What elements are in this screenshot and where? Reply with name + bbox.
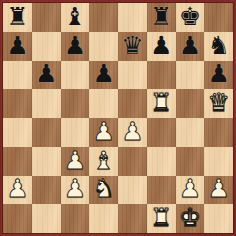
square-b5[interactable] xyxy=(32,89,61,118)
black-pawn-piece[interactable]: ♟ xyxy=(6,33,28,58)
square-e2[interactable] xyxy=(118,176,147,205)
square-e6[interactable] xyxy=(118,61,147,90)
square-a3[interactable] xyxy=(3,147,32,176)
square-a5[interactable] xyxy=(3,89,32,118)
square-d2[interactable]: ♞ xyxy=(89,176,118,205)
square-b8[interactable] xyxy=(32,3,61,32)
square-d5[interactable] xyxy=(89,89,118,118)
white-king-piece[interactable]: ♚ xyxy=(179,205,201,230)
white-pawn-piece[interactable]: ♟ xyxy=(207,176,229,201)
square-g1[interactable]: ♚ xyxy=(176,204,205,233)
square-a2[interactable]: ♟ xyxy=(3,176,32,205)
white-knight-piece[interactable]: ♞ xyxy=(92,176,114,201)
square-c6[interactable] xyxy=(61,61,90,90)
square-g6[interactable] xyxy=(176,61,205,90)
square-c3[interactable]: ♟ xyxy=(61,147,90,176)
chess-board-frame: ♜♝♜♚♟♟♛♟♟♞♟♟♟♜♛♟♟♟♝♟♟♞♟♟♜♚ xyxy=(0,0,236,236)
square-c1[interactable] xyxy=(61,204,90,233)
white-queen-piece[interactable]: ♛ xyxy=(207,90,229,115)
square-d4[interactable]: ♟ xyxy=(89,118,118,147)
black-pawn-piece[interactable]: ♟ xyxy=(64,33,86,58)
square-f8[interactable]: ♜ xyxy=(147,3,176,32)
white-pawn-piece[interactable]: ♟ xyxy=(64,148,86,173)
square-b7[interactable] xyxy=(32,32,61,61)
square-e3[interactable] xyxy=(118,147,147,176)
black-pawn-piece[interactable]: ♟ xyxy=(92,61,114,86)
square-a6[interactable] xyxy=(3,61,32,90)
chess-board: ♜♝♜♚♟♟♛♟♟♞♟♟♟♜♛♟♟♟♝♟♟♞♟♟♜♚ xyxy=(3,3,233,233)
square-a1[interactable] xyxy=(3,204,32,233)
black-queen-piece[interactable]: ♛ xyxy=(121,33,143,58)
square-f5[interactable]: ♜ xyxy=(147,89,176,118)
square-c5[interactable] xyxy=(61,89,90,118)
black-rook-piece[interactable]: ♜ xyxy=(150,4,172,29)
square-d7[interactable] xyxy=(89,32,118,61)
square-c2[interactable]: ♟ xyxy=(61,176,90,205)
square-f6[interactable] xyxy=(147,61,176,90)
white-pawn-piece[interactable]: ♟ xyxy=(64,176,86,201)
white-pawn-piece[interactable]: ♟ xyxy=(6,176,28,201)
square-g7[interactable]: ♟ xyxy=(176,32,205,61)
black-pawn-piece[interactable]: ♟ xyxy=(35,61,57,86)
black-pawn-piece[interactable]: ♟ xyxy=(179,33,201,58)
square-b6[interactable]: ♟ xyxy=(32,61,61,90)
white-pawn-piece[interactable]: ♟ xyxy=(121,119,143,144)
square-f2[interactable] xyxy=(147,176,176,205)
square-c7[interactable]: ♟ xyxy=(61,32,90,61)
square-f7[interactable]: ♟ xyxy=(147,32,176,61)
white-bishop-piece[interactable]: ♝ xyxy=(92,148,114,173)
white-pawn-piece[interactable]: ♟ xyxy=(179,176,201,201)
square-e1[interactable] xyxy=(118,204,147,233)
square-b4[interactable] xyxy=(32,118,61,147)
square-b1[interactable] xyxy=(32,204,61,233)
square-e5[interactable] xyxy=(118,89,147,118)
square-e7[interactable]: ♛ xyxy=(118,32,147,61)
square-h2[interactable]: ♟ xyxy=(204,176,233,205)
square-d3[interactable]: ♝ xyxy=(89,147,118,176)
square-f3[interactable] xyxy=(147,147,176,176)
black-bishop-piece[interactable]: ♝ xyxy=(64,4,86,29)
square-h7[interactable]: ♞ xyxy=(204,32,233,61)
square-a8[interactable]: ♜ xyxy=(3,3,32,32)
square-c4[interactable] xyxy=(61,118,90,147)
square-g8[interactable]: ♚ xyxy=(176,3,205,32)
square-h3[interactable] xyxy=(204,147,233,176)
square-g2[interactable]: ♟ xyxy=(176,176,205,205)
black-pawn-piece[interactable]: ♟ xyxy=(207,61,229,86)
square-h8[interactable] xyxy=(204,3,233,32)
square-e8[interactable] xyxy=(118,3,147,32)
white-pawn-piece[interactable]: ♟ xyxy=(92,119,114,144)
square-b2[interactable] xyxy=(32,176,61,205)
square-h5[interactable]: ♛ xyxy=(204,89,233,118)
square-c8[interactable]: ♝ xyxy=(61,3,90,32)
square-g4[interactable] xyxy=(176,118,205,147)
square-h4[interactable] xyxy=(204,118,233,147)
white-rook-piece[interactable]: ♜ xyxy=(150,90,172,115)
square-b3[interactable] xyxy=(32,147,61,176)
square-a4[interactable] xyxy=(3,118,32,147)
square-d8[interactable] xyxy=(89,3,118,32)
square-d1[interactable] xyxy=(89,204,118,233)
square-h1[interactable] xyxy=(204,204,233,233)
square-f4[interactable] xyxy=(147,118,176,147)
black-pawn-piece[interactable]: ♟ xyxy=(150,33,172,58)
black-king-piece[interactable]: ♚ xyxy=(179,4,201,29)
square-h6[interactable]: ♟ xyxy=(204,61,233,90)
square-f1[interactable]: ♜ xyxy=(147,204,176,233)
black-knight-piece[interactable]: ♞ xyxy=(207,33,229,58)
square-e4[interactable]: ♟ xyxy=(118,118,147,147)
white-rook-piece[interactable]: ♜ xyxy=(150,205,172,230)
black-rook-piece[interactable]: ♜ xyxy=(6,4,28,29)
square-d6[interactable]: ♟ xyxy=(89,61,118,90)
square-g3[interactable] xyxy=(176,147,205,176)
square-a7[interactable]: ♟ xyxy=(3,32,32,61)
square-g5[interactable] xyxy=(176,89,205,118)
